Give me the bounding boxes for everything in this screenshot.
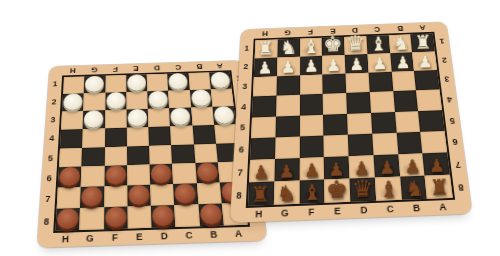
chess-square: ♟ bbox=[322, 55, 345, 75]
chess-square bbox=[276, 76, 299, 96]
checkers-board: HGFEDCBAHGFEDCBA1234567812345678 bbox=[41, 45, 257, 247]
chess-rank-left-label: 2 bbox=[238, 58, 252, 78]
chess-rank-right-label: 5 bbox=[444, 109, 461, 131]
chess-square bbox=[348, 133, 373, 156]
chess-square: ♚ bbox=[324, 178, 350, 202]
brown-checker-piece bbox=[196, 163, 218, 183]
checkers-square bbox=[81, 166, 104, 187]
cream-checker-piece bbox=[213, 106, 234, 124]
brown-knight-piece: ♞ bbox=[401, 177, 427, 200]
brown-bishop-piece: ♝ bbox=[375, 178, 401, 201]
checkers-rank-left-label: 6 bbox=[41, 168, 57, 189]
chess-rank-left-label: 6 bbox=[234, 139, 250, 162]
brown-pawn-piece: ♟ bbox=[399, 157, 425, 176]
chess-square bbox=[368, 72, 392, 92]
checkers-square bbox=[147, 74, 169, 91]
checkers-square bbox=[127, 165, 150, 186]
chess-square: ♝ bbox=[375, 176, 402, 200]
chess-square bbox=[323, 74, 347, 94]
checkers-square bbox=[84, 76, 105, 93]
chess-square bbox=[347, 112, 372, 134]
chess-square bbox=[416, 90, 442, 111]
checkers-square bbox=[169, 107, 192, 126]
checkers-square bbox=[82, 147, 105, 167]
checkers-square bbox=[80, 186, 104, 208]
chess-square: ♟ bbox=[390, 52, 414, 72]
checkers-square bbox=[126, 91, 148, 109]
chess-square: ♟ bbox=[367, 53, 391, 73]
chess-square bbox=[250, 137, 275, 160]
chess-file-bottom-label: E bbox=[324, 204, 351, 219]
chess-square bbox=[393, 91, 418, 112]
chess-square: ♟ bbox=[254, 58, 277, 78]
brown-pawn-piece: ♟ bbox=[299, 161, 325, 180]
checkers-square bbox=[174, 204, 199, 227]
checkers-square bbox=[60, 129, 83, 148]
chess-square bbox=[300, 75, 323, 95]
checkers-square bbox=[189, 89, 212, 107]
brown-checker-piece bbox=[59, 167, 80, 187]
chess-rank-left-label: 7 bbox=[232, 161, 248, 185]
brown-knight-piece: ♞ bbox=[273, 182, 299, 205]
chess-square: ♜ bbox=[248, 181, 274, 205]
brown-checker-piece bbox=[151, 164, 172, 184]
cream-checker-piece bbox=[127, 74, 146, 91]
chess-file-bottom-label: F bbox=[298, 205, 324, 220]
chess-file-bottom-label: B bbox=[403, 201, 431, 216]
checkers-square bbox=[80, 207, 104, 230]
white-king-piece: ♚ bbox=[321, 34, 344, 56]
chess-rank-left-label: 4 bbox=[236, 97, 251, 118]
checkers-square bbox=[59, 147, 82, 167]
checkers-square bbox=[211, 89, 234, 107]
cream-checker-piece bbox=[191, 89, 212, 106]
white-pawn-piece: ♟ bbox=[299, 58, 323, 75]
brown-pawn-piece: ♟ bbox=[374, 158, 400, 177]
cream-checker-piece bbox=[170, 107, 191, 125]
chess-square bbox=[396, 131, 422, 154]
cream-checker-piece bbox=[210, 72, 231, 89]
chess-square: ♛ bbox=[349, 177, 375, 201]
chess-square bbox=[371, 112, 396, 134]
chess-square: ♝ bbox=[300, 38, 323, 57]
chess-square: ♝ bbox=[366, 35, 390, 54]
checkers-square bbox=[83, 93, 105, 111]
white-knight-piece: ♞ bbox=[389, 33, 412, 53]
checkers-square bbox=[198, 204, 224, 226]
checkers-square bbox=[171, 144, 195, 164]
chess-square: ♛ bbox=[344, 36, 367, 55]
brown-bishop-piece: ♝ bbox=[298, 181, 324, 204]
chess-square bbox=[299, 114, 323, 136]
white-rook-piece: ♜ bbox=[412, 32, 435, 52]
chess-square: ♜ bbox=[410, 34, 434, 53]
checkers-file-bottom-label: E bbox=[127, 230, 152, 245]
checkers-rank-left-label: 8 bbox=[38, 211, 54, 234]
white-pawn-piece: ♟ bbox=[322, 57, 346, 74]
checkers-file-bottom-label: H bbox=[52, 232, 77, 247]
chess-file-bottom-label: A bbox=[429, 200, 457, 215]
checkers-square bbox=[150, 184, 174, 206]
chess-square: ♜ bbox=[255, 39, 278, 58]
brown-checker-piece bbox=[105, 207, 127, 229]
checkers-rank-left-label: 4 bbox=[44, 129, 59, 149]
cream-checker-piece bbox=[63, 93, 83, 110]
checkers-rank-left-label: 3 bbox=[45, 111, 60, 130]
checkers-square bbox=[148, 126, 171, 145]
chess-rank-left-label: 8 bbox=[231, 184, 247, 209]
checkers-square bbox=[150, 164, 174, 185]
chess-square bbox=[323, 93, 347, 114]
chess-square: ♚ bbox=[322, 37, 345, 56]
brown-checker-piece bbox=[175, 183, 197, 204]
checkers-square bbox=[83, 110, 105, 129]
chess-rank-left-label: 5 bbox=[235, 117, 250, 139]
checkers-square bbox=[173, 184, 198, 206]
chess-square bbox=[418, 110, 444, 132]
checkers-square bbox=[126, 74, 147, 91]
chess-rank-right-label: 1 bbox=[434, 32, 450, 51]
chess-square: ♟ bbox=[274, 158, 299, 181]
checkers-square bbox=[195, 163, 220, 184]
chess-square bbox=[275, 136, 300, 159]
brown-rook-piece: ♜ bbox=[247, 183, 273, 206]
cream-checker-piece bbox=[169, 73, 189, 90]
chess-square bbox=[420, 131, 447, 154]
checkers-square bbox=[104, 166, 127, 187]
checkers-rank-left-label: 5 bbox=[43, 148, 58, 168]
chess-rank-right-label: 2 bbox=[437, 50, 453, 70]
chess-square bbox=[394, 111, 420, 133]
white-bishop-piece: ♝ bbox=[299, 37, 322, 57]
checkers-square bbox=[62, 93, 84, 111]
chess-file-bottom-label: H bbox=[245, 207, 272, 222]
checkers-square bbox=[172, 163, 196, 184]
white-rook-piece: ♜ bbox=[254, 38, 277, 58]
brown-pawn-piece: ♟ bbox=[424, 156, 450, 175]
chess-square: ♞ bbox=[400, 175, 427, 199]
brown-checker-piece bbox=[128, 185, 149, 206]
white-pawn-piece: ♟ bbox=[345, 56, 369, 73]
checkers-square bbox=[192, 125, 216, 144]
chess-square bbox=[372, 132, 398, 155]
product-photo-scene: HGFEDCBAHGFEDCBA1234567812345678 HGFEDCB… bbox=[0, 0, 500, 256]
checkers-square bbox=[104, 127, 126, 146]
chess-board: HGFEDCBAHGFEDCBA1234567812345678♜♞♝♚♛♝♞♜… bbox=[232, 7, 462, 221]
chess-square bbox=[370, 91, 395, 112]
checkers-square bbox=[170, 125, 193, 144]
white-pawn-piece: ♟ bbox=[253, 60, 277, 77]
checkers-square bbox=[196, 183, 221, 205]
brown-checker-piece bbox=[105, 165, 126, 185]
checkers-square bbox=[127, 145, 150, 165]
chess-square: ♟ bbox=[299, 157, 324, 180]
brown-pawn-piece: ♟ bbox=[273, 162, 299, 181]
chess-square bbox=[323, 113, 348, 135]
cream-checker-piece bbox=[106, 92, 125, 109]
white-queen-piece: ♛ bbox=[344, 33, 367, 55]
checkers-file-bottom-label: C bbox=[176, 228, 202, 243]
chess-rank-left-label: 1 bbox=[240, 39, 254, 58]
chess-square bbox=[276, 95, 300, 116]
white-knight-piece: ♞ bbox=[276, 38, 299, 58]
brown-checker-piece bbox=[81, 186, 102, 207]
checkers-square bbox=[127, 206, 151, 229]
checkers-square bbox=[61, 111, 83, 130]
white-pawn-piece: ♟ bbox=[391, 55, 415, 72]
chess-square bbox=[299, 135, 324, 158]
checkers-square bbox=[188, 72, 210, 89]
chess-square bbox=[414, 70, 439, 90]
chess-square: ♟ bbox=[398, 153, 425, 176]
checkers-square bbox=[191, 107, 214, 126]
brown-king-piece: ♚ bbox=[324, 178, 351, 203]
checkers-square bbox=[63, 76, 85, 94]
checkers-rank-left-label: 1 bbox=[48, 76, 62, 94]
checkers-square bbox=[147, 91, 169, 109]
chess-square: ♟ bbox=[422, 152, 449, 175]
chess-file-bottom-label: G bbox=[272, 206, 299, 221]
chess-square bbox=[275, 115, 299, 137]
brown-checker-piece bbox=[57, 208, 79, 230]
checkers-square bbox=[58, 167, 82, 188]
chess-square bbox=[251, 116, 276, 138]
checkers-square bbox=[151, 205, 176, 228]
chess-board-surface: HGFEDCBAHGFEDCBA1234567812345678♜♞♝♚♛♝♞♜… bbox=[230, 22, 472, 223]
checkers-file-bottom-label: D bbox=[152, 229, 177, 244]
checkers-file-bottom-label: A bbox=[225, 227, 251, 242]
checkers-square bbox=[168, 90, 190, 108]
checkers-square bbox=[104, 186, 128, 208]
brown-rook-piece: ♜ bbox=[426, 176, 452, 199]
chess-board-frame: HGFEDCBAHGFEDCBA1234567812345678♜♞♝♚♛♝♞♜… bbox=[230, 22, 472, 223]
chess-playing-area: ♜♞♝♚♛♝♞♜♟♟♟♟♟♟♟♟♟♟♟♟♟♟♟♟♜♞♝♚♛♝♞♜ bbox=[246, 32, 455, 208]
cream-checker-piece bbox=[84, 110, 104, 128]
checkers-file-bottom-label: G bbox=[77, 231, 102, 246]
cream-checker-piece bbox=[127, 108, 147, 126]
checkers-square bbox=[105, 109, 127, 128]
brown-pawn-piece: ♟ bbox=[248, 163, 274, 182]
chess-square bbox=[252, 96, 276, 117]
white-pawn-piece: ♟ bbox=[276, 59, 300, 76]
white-pawn-piece: ♟ bbox=[368, 55, 392, 72]
checkers-square bbox=[149, 145, 172, 165]
cream-checker-piece bbox=[148, 90, 168, 107]
checkers-square bbox=[126, 109, 148, 128]
checkers-square bbox=[57, 187, 81, 209]
chess-square bbox=[324, 134, 349, 157]
checkers-square bbox=[82, 128, 104, 147]
cream-checker-piece bbox=[85, 76, 104, 93]
checkers-rank-left-label: 2 bbox=[47, 93, 61, 111]
checkers-square bbox=[55, 208, 80, 231]
checkers-file-bottom-label: B bbox=[201, 228, 227, 243]
chess-square: ♟ bbox=[300, 56, 323, 76]
checkers-playing-area bbox=[53, 70, 250, 233]
chess-square: ♞ bbox=[388, 34, 412, 53]
chess-square: ♟ bbox=[277, 57, 300, 77]
checkers-square bbox=[105, 92, 126, 110]
chess-square bbox=[253, 76, 277, 96]
chess-rank-right-label: 7 bbox=[449, 153, 467, 177]
chess-square bbox=[391, 71, 416, 91]
checkers-square bbox=[105, 75, 126, 92]
checkers-square bbox=[212, 106, 236, 125]
checkers-square bbox=[167, 73, 189, 90]
checkers-square bbox=[127, 185, 151, 207]
brown-checker-piece bbox=[199, 204, 222, 225]
chess-square: ♟ bbox=[345, 54, 369, 74]
chess-file-bottom-label: D bbox=[350, 203, 377, 218]
chess-square bbox=[299, 94, 323, 115]
checkers-square bbox=[148, 108, 170, 127]
chess-rank-right-label: 3 bbox=[439, 69, 455, 89]
checkers-rank-left-label: 7 bbox=[40, 189, 56, 211]
chess-rank-left-label: 3 bbox=[237, 77, 252, 97]
white-bishop-piece: ♝ bbox=[367, 34, 390, 54]
chess-square: ♜ bbox=[425, 175, 453, 199]
checkers-square bbox=[127, 127, 149, 146]
checkers-square bbox=[104, 207, 128, 230]
brown-queen-piece: ♛ bbox=[349, 177, 376, 202]
chess-square: ♟ bbox=[373, 154, 399, 177]
brown-checker-piece bbox=[152, 205, 174, 227]
chess-square bbox=[346, 92, 371, 113]
white-pawn-piece: ♟ bbox=[414, 54, 438, 71]
checkers-square bbox=[209, 72, 232, 89]
chess-square: ♝ bbox=[299, 179, 325, 203]
checkers-square bbox=[104, 146, 127, 166]
chess-square: ♞ bbox=[277, 39, 300, 58]
chess-rank-right-label: 4 bbox=[441, 89, 458, 110]
chess-square bbox=[345, 73, 369, 93]
chess-square: ♞ bbox=[274, 180, 300, 204]
chess-file-bottom-label: C bbox=[377, 202, 404, 217]
checkers-square bbox=[193, 143, 217, 163]
chess-rank-right-label: 6 bbox=[447, 131, 464, 154]
checkers-file-bottom-label: F bbox=[102, 231, 127, 246]
chess-square: ♟ bbox=[412, 52, 437, 72]
chess-square: ♟ bbox=[249, 159, 275, 182]
